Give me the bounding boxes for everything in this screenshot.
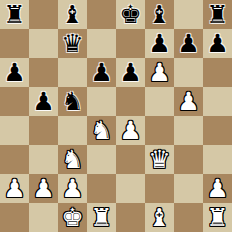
square-f4[interactable] (145, 116, 174, 145)
black-rook-icon[interactable]: ♜ (3, 0, 25, 29)
square-d4[interactable]: ♞ (87, 116, 116, 145)
square-d7[interactable] (87, 29, 116, 58)
white-knight-icon[interactable]: ♞ (90, 116, 112, 145)
square-b8[interactable] (29, 0, 58, 29)
square-c8[interactable]: ♝ (58, 0, 87, 29)
black-pawn-icon[interactable]: ♟ (206, 29, 228, 58)
square-e6[interactable]: ♟ (116, 58, 145, 87)
square-c6[interactable] (58, 58, 87, 87)
white-knight-icon[interactable]: ♞ (61, 145, 83, 174)
black-bishop-icon[interactable]: ♝ (61, 0, 83, 29)
square-b1[interactable] (29, 203, 58, 232)
square-g6[interactable] (174, 58, 203, 87)
square-g4[interactable] (174, 116, 203, 145)
square-d1[interactable]: ♜ (87, 203, 116, 232)
square-c5[interactable]: ♞ (58, 87, 87, 116)
square-a2[interactable]: ♟ (0, 174, 29, 203)
white-pawn-icon[interactable]: ♟ (148, 58, 170, 87)
square-f8[interactable]: ♝ (145, 0, 174, 29)
square-f3[interactable]: ♛ (145, 145, 174, 174)
square-h3[interactable] (203, 145, 232, 174)
square-d3[interactable] (87, 145, 116, 174)
square-a6[interactable]: ♟ (0, 58, 29, 87)
square-e4[interactable]: ♟ (116, 116, 145, 145)
white-king-icon[interactable]: ♚ (61, 203, 83, 232)
square-h4[interactable] (203, 116, 232, 145)
black-pawn-icon[interactable]: ♟ (32, 87, 54, 116)
black-pawn-icon[interactable]: ♟ (119, 58, 141, 87)
square-d2[interactable] (87, 174, 116, 203)
black-knight-icon[interactable]: ♞ (61, 87, 83, 116)
square-b7[interactable] (29, 29, 58, 58)
square-e8[interactable]: ♚ (116, 0, 145, 29)
black-pawn-icon[interactable]: ♟ (90, 58, 112, 87)
square-e5[interactable] (116, 87, 145, 116)
square-e3[interactable] (116, 145, 145, 174)
black-pawn-icon[interactable]: ♟ (3, 58, 25, 87)
square-d8[interactable] (87, 0, 116, 29)
white-pawn-icon[interactable]: ♟ (61, 174, 83, 203)
black-pawn-icon[interactable]: ♟ (148, 29, 170, 58)
square-a8[interactable]: ♜ (0, 0, 29, 29)
black-king-icon[interactable]: ♚ (119, 0, 141, 29)
square-f1[interactable]: ♝ (145, 203, 174, 232)
square-c1[interactable]: ♚ (58, 203, 87, 232)
square-h5[interactable] (203, 87, 232, 116)
square-f2[interactable] (145, 174, 174, 203)
square-d6[interactable]: ♟ (87, 58, 116, 87)
white-rook-icon[interactable]: ♜ (206, 203, 228, 232)
square-h7[interactable]: ♟ (203, 29, 232, 58)
square-c2[interactable]: ♟ (58, 174, 87, 203)
square-f6[interactable]: ♟ (145, 58, 174, 87)
white-pawn-icon[interactable]: ♟ (119, 116, 141, 145)
square-h2[interactable]: ♟ (203, 174, 232, 203)
square-a4[interactable] (0, 116, 29, 145)
white-pawn-icon[interactable]: ♟ (206, 174, 228, 203)
square-b4[interactable] (29, 116, 58, 145)
white-bishop-icon[interactable]: ♝ (148, 203, 170, 232)
square-g3[interactable] (174, 145, 203, 174)
square-c3[interactable]: ♞ (58, 145, 87, 174)
black-bishop-icon[interactable]: ♝ (148, 0, 170, 29)
square-f5[interactable] (145, 87, 174, 116)
square-c7[interactable]: ♛ (58, 29, 87, 58)
square-b2[interactable]: ♟ (29, 174, 58, 203)
square-h1[interactable]: ♜ (203, 203, 232, 232)
square-a5[interactable] (0, 87, 29, 116)
white-pawn-icon[interactable]: ♟ (3, 174, 25, 203)
square-h8[interactable]: ♜ (203, 0, 232, 29)
square-b6[interactable] (29, 58, 58, 87)
square-c4[interactable] (58, 116, 87, 145)
white-pawn-icon[interactable]: ♟ (32, 174, 54, 203)
square-b3[interactable] (29, 145, 58, 174)
square-a3[interactable] (0, 145, 29, 174)
white-pawn-icon[interactable]: ♟ (177, 87, 199, 116)
square-f7[interactable]: ♟ (145, 29, 174, 58)
square-g1[interactable] (174, 203, 203, 232)
square-h6[interactable] (203, 58, 232, 87)
black-rook-icon[interactable]: ♜ (206, 0, 228, 29)
square-e1[interactable] (116, 203, 145, 232)
square-b5[interactable]: ♟ (29, 87, 58, 116)
black-queen-icon[interactable]: ♛ (61, 29, 83, 58)
square-g8[interactable] (174, 0, 203, 29)
square-e7[interactable] (116, 29, 145, 58)
square-e2[interactable] (116, 174, 145, 203)
white-queen-icon[interactable]: ♛ (148, 145, 170, 174)
square-a1[interactable] (0, 203, 29, 232)
chess-board: ♜♝♚♝♜♛♟♟♟♟♟♟♟♟♞♟♞♟♞♛♟♟♟♟♚♜♝♜ (0, 0, 232, 232)
black-pawn-icon[interactable]: ♟ (177, 29, 199, 58)
square-g2[interactable] (174, 174, 203, 203)
square-g7[interactable]: ♟ (174, 29, 203, 58)
square-g5[interactable]: ♟ (174, 87, 203, 116)
square-a7[interactable] (0, 29, 29, 58)
white-rook-icon[interactable]: ♜ (90, 203, 112, 232)
square-d5[interactable] (87, 87, 116, 116)
